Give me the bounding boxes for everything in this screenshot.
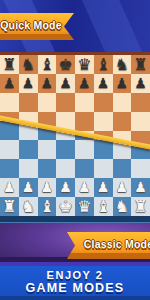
white-pawn[interactable]: ♟ [41, 178, 54, 197]
white-pawn[interactable]: ♟ [134, 178, 147, 197]
board-square[interactable] [0, 121, 19, 140]
black-king[interactable]: ♚ [58, 55, 72, 74]
black-pawn[interactable]: ♟ [97, 74, 110, 93]
white-pawn[interactable]: ♟ [3, 178, 16, 197]
board-square[interactable]: ♟ [56, 178, 75, 197]
board-square[interactable]: ♝ [38, 197, 57, 216]
board-bottom-edge [0, 216, 150, 223]
board-square[interactable]: ♟ [19, 178, 38, 197]
board-square[interactable] [113, 93, 132, 112]
board-square[interactable] [56, 93, 75, 112]
board-square[interactable]: ♞ [113, 55, 132, 74]
board-square[interactable]: ♜ [131, 197, 150, 216]
board-square[interactable] [38, 140, 57, 159]
footer-section: ENJOY 2 GAME MODES [0, 266, 150, 300]
board-square[interactable]: ♝ [94, 55, 113, 74]
footer-line1: ENJOY 2 [0, 269, 150, 281]
board-square[interactable] [75, 140, 94, 159]
board-square[interactable] [131, 112, 150, 131]
promo-screenshot: ♜♞♝♚♛♝♞♜♟♟♟♟♟♟♟♟ ♟♟♟♟♟♟♟♟♜♞♝♚♛♝♞♜ Quick … [0, 0, 150, 300]
board-square[interactable]: ♜ [131, 55, 150, 74]
white-pawn[interactable]: ♟ [59, 178, 72, 197]
board-square[interactable] [75, 159, 94, 178]
black-knight[interactable]: ♞ [115, 55, 129, 74]
board-square[interactable] [113, 159, 132, 178]
white-bishop[interactable]: ♝ [40, 197, 54, 216]
board-square[interactable]: ♚ [56, 197, 75, 216]
board-square[interactable] [131, 159, 150, 178]
white-knight[interactable]: ♞ [21, 197, 35, 216]
black-pawn[interactable]: ♟ [116, 74, 129, 93]
black-pawn[interactable]: ♟ [59, 74, 72, 93]
black-pawn[interactable]: ♟ [3, 74, 16, 93]
board-square[interactable] [38, 93, 57, 112]
black-knight[interactable]: ♞ [21, 55, 35, 74]
board-square[interactable]: ♞ [19, 55, 38, 74]
board-square[interactable]: ♜ [0, 197, 19, 216]
board-square[interactable]: ♟ [38, 178, 57, 197]
quick-mode-banner[interactable]: Quick Mode [0, 13, 74, 40]
board-square[interactable] [0, 93, 19, 112]
white-pawn[interactable]: ♟ [22, 178, 35, 197]
black-pawn[interactable]: ♟ [41, 74, 54, 93]
board-square[interactable]: ♟ [113, 178, 132, 197]
white-king[interactable]: ♚ [58, 197, 72, 216]
board-square[interactable]: ♝ [94, 197, 113, 216]
board-square[interactable]: ♟ [0, 178, 19, 197]
board-square[interactable] [75, 93, 94, 112]
white-pawn[interactable]: ♟ [116, 178, 129, 197]
board-square[interactable]: ♟ [131, 178, 150, 197]
board-square[interactable]: ♟ [131, 74, 150, 93]
board-square[interactable] [113, 112, 132, 131]
black-bishop[interactable]: ♝ [40, 55, 54, 74]
board-square[interactable] [94, 93, 113, 112]
black-bishop[interactable]: ♝ [96, 55, 110, 74]
board-square[interactable]: ♚ [56, 55, 75, 74]
black-queen[interactable]: ♛ [77, 55, 91, 74]
quick-mode-label: Quick Mode [0, 19, 62, 35]
board-square[interactable]: ♟ [75, 178, 94, 197]
white-rook[interactable]: ♜ [133, 197, 147, 216]
black-pawn[interactable]: ♟ [78, 74, 91, 93]
board-square[interactable]: ♜ [0, 55, 19, 74]
board-square[interactable]: ♟ [94, 74, 113, 93]
board-square[interactable] [94, 112, 113, 131]
board-square[interactable]: ♟ [0, 74, 19, 93]
board-square[interactable]: ♛ [75, 197, 94, 216]
board-square[interactable]: ♞ [19, 197, 38, 216]
board-square[interactable] [19, 159, 38, 178]
footer-bottom-strip [0, 296, 150, 300]
board-square[interactable] [56, 159, 75, 178]
board-square[interactable] [75, 112, 94, 131]
board-square[interactable]: ♝ [38, 55, 57, 74]
board-square[interactable]: ♛ [75, 55, 94, 74]
board-square[interactable]: ♟ [56, 74, 75, 93]
white-pawn[interactable]: ♟ [97, 178, 110, 197]
board-square[interactable] [19, 93, 38, 112]
board-square[interactable]: ♟ [38, 74, 57, 93]
black-rook[interactable]: ♜ [2, 55, 16, 74]
board-square[interactable] [56, 140, 75, 159]
board-square[interactable] [94, 159, 113, 178]
classic-mode-label: Classic Mode [81, 238, 150, 254]
board-square[interactable] [0, 140, 19, 159]
board-square[interactable]: ♟ [113, 74, 132, 93]
black-rook[interactable]: ♜ [133, 55, 147, 74]
board-square[interactable] [19, 140, 38, 159]
classic-mode-banner[interactable]: Classic Mode [67, 232, 150, 259]
board-square[interactable] [38, 159, 57, 178]
black-pawn[interactable]: ♟ [134, 74, 147, 93]
board-square[interactable] [0, 159, 19, 178]
board-square[interactable] [131, 93, 150, 112]
board-square[interactable]: ♟ [19, 74, 38, 93]
board-square[interactable] [94, 140, 113, 159]
board-square[interactable]: ♟ [94, 178, 113, 197]
board-square[interactable]: ♞ [113, 197, 132, 216]
white-queen[interactable]: ♛ [77, 197, 91, 216]
board-square[interactable]: ♟ [75, 74, 94, 93]
white-rook[interactable]: ♜ [2, 197, 16, 216]
white-pawn[interactable]: ♟ [78, 178, 91, 197]
black-pawn[interactable]: ♟ [22, 74, 35, 93]
white-bishop[interactable]: ♝ [96, 197, 110, 216]
footer-line2: GAME MODES [0, 281, 150, 295]
white-knight[interactable]: ♞ [115, 197, 129, 216]
